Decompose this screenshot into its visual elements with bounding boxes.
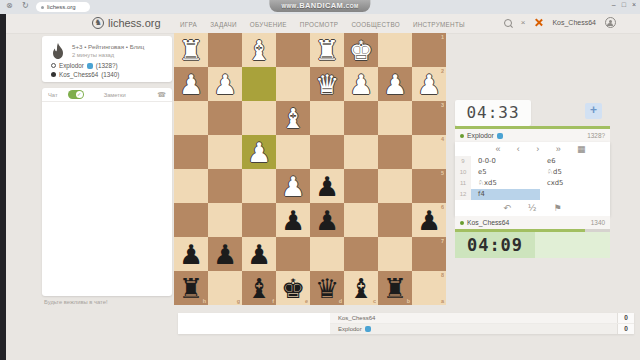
square-c7[interactable] — [344, 237, 378, 271]
nav-item-2[interactable]: ОБУЧЕНИЕ — [250, 21, 287, 28]
square-e5[interactable]: ♟ — [276, 169, 310, 203]
next-move-icon[interactable]: › — [536, 142, 539, 156]
move-row-10: 10e5♘d5 — [455, 167, 610, 178]
square-f1[interactable]: ♝ — [242, 33, 276, 67]
white-pawn[interactable]: ♟ — [378, 67, 412, 101]
search-icon[interactable] — [504, 19, 512, 27]
black-clock-digits: 04:09 — [455, 232, 535, 258]
square-h3[interactable] — [174, 101, 208, 135]
square-d6[interactable]: ♟ — [310, 203, 344, 237]
crosstable-score: 0 — [617, 324, 634, 334]
phone-icon[interactable]: ☎ — [157, 91, 166, 99]
square-b2[interactable]: ♟ — [378, 67, 412, 101]
square-c5[interactable] — [344, 169, 378, 203]
black-pawn[interactable]: ♟ — [174, 237, 208, 271]
prev-move-icon[interactable]: ‹ — [517, 142, 520, 156]
online-dot-icon — [460, 134, 464, 138]
white-rook[interactable]: ♜ — [174, 33, 208, 67]
square-a1[interactable]: 1 — [412, 33, 446, 67]
file-label: h — [203, 298, 206, 304]
square-a5[interactable]: 5 — [412, 169, 446, 203]
crosstable: Kos_Chess640Explodor0 — [178, 313, 634, 334]
white-player-row[interactable]: Explodor 1328? — [455, 129, 610, 142]
left-edge-strip — [0, 14, 6, 360]
file-label: c — [373, 298, 376, 304]
square-e8[interactable]: ♚e — [276, 271, 310, 305]
square-a3[interactable]: 3 — [412, 101, 446, 135]
white-king[interactable]: ♚ — [344, 33, 378, 67]
white-queen[interactable]: ♛ — [310, 67, 344, 101]
nav-item-4[interactable]: СООБЩЕСТВО — [351, 21, 400, 28]
minimize-icon[interactable]: – — [612, 1, 616, 8]
white-player-line[interactable]: Explodor (1328?) — [51, 62, 118, 69]
black-player-line[interactable]: Kos_Chess64 (1340) — [51, 71, 119, 78]
challenge-swords-icon[interactable] — [534, 18, 543, 27]
square-g5[interactable] — [208, 169, 242, 203]
square-c2[interactable]: ♟ — [344, 67, 378, 101]
square-h5[interactable] — [174, 169, 208, 203]
square-e6[interactable]: ♟ — [276, 203, 310, 237]
square-a8[interactable]: 8a — [412, 271, 446, 305]
square-d4[interactable] — [310, 135, 344, 169]
white-move[interactable]: 0-0-0 — [471, 156, 540, 167]
panel-white-name: Explodor — [467, 132, 494, 139]
square-c1[interactable]: ♚ — [344, 33, 378, 67]
crosstable-name: Kos_Chess64 — [338, 315, 375, 321]
chat-card: Чат ✓ Заметки ☎ — [42, 88, 172, 296]
black-pawn[interactable]: ♟ — [242, 237, 276, 271]
blitz-flame-icon — [51, 43, 65, 61]
square-g1[interactable] — [208, 33, 242, 67]
file-label: a — [441, 298, 444, 304]
move-row-11: 11♘xd5cxd5 — [455, 178, 610, 189]
black-bishop[interactable]: ♝ — [242, 271, 276, 305]
player-flair-icon — [365, 326, 371, 332]
square-c3[interactable] — [344, 101, 378, 135]
square-d7[interactable] — [310, 237, 344, 271]
square-e2[interactable] — [276, 67, 310, 101]
square-g7[interactable]: ♟ — [208, 237, 242, 271]
file-label: d — [339, 298, 342, 304]
first-move-icon[interactable]: « — [495, 142, 500, 156]
bandicam-watermark: www.BANDICAM.com — [269, 0, 370, 12]
main-nav: ИГРАЗАДАЧИОБУЧЕНИЕПРОСМОТРСООБЩЕСТВОИНСТ… — [180, 21, 465, 28]
crosstable-score: 0 — [617, 313, 634, 323]
square-a6[interactable]: ♟6 — [412, 203, 446, 237]
square-f4[interactable]: ♟ — [242, 135, 276, 169]
square-g8[interactable]: g — [208, 271, 242, 305]
move-row-9: 90-0-0e6 — [455, 156, 610, 167]
square-c4[interactable] — [344, 135, 378, 169]
square-f2[interactable] — [242, 67, 276, 101]
time-control-label: 5+3 • Рейтинговая • Блиц — [72, 43, 144, 50]
online-dot-icon — [460, 221, 464, 225]
game-actions: ↶½⚑ — [455, 200, 610, 216]
move-nav: «‹›»▦ — [455, 142, 610, 156]
panel-white-rating: 1328? — [587, 132, 605, 139]
square-h7[interactable]: ♟ — [174, 237, 208, 271]
square-d8[interactable]: ♛d — [310, 271, 344, 305]
white-rook[interactable]: ♜ — [310, 33, 344, 67]
black-move[interactable]: cxd5 — [540, 178, 609, 189]
square-g2[interactable]: ♟ — [208, 67, 242, 101]
white-pawn[interactable]: ♟ — [276, 169, 310, 203]
tab-chat[interactable]: Чат — [48, 92, 58, 98]
move-number: 9 — [455, 156, 471, 167]
square-f6[interactable] — [242, 203, 276, 237]
chat-notice: Будьте вежливы в чате! — [44, 299, 108, 305]
square-b4[interactable] — [378, 135, 412, 169]
white-pawn[interactable]: ♟ — [242, 135, 276, 169]
chat-toggle[interactable]: ✓ — [68, 90, 84, 99]
square-e4[interactable] — [276, 135, 310, 169]
square-a4[interactable]: 4 — [412, 135, 446, 169]
address-bar[interactable]: lichess.org — [36, 2, 90, 12]
chat-messages[interactable] — [42, 102, 172, 296]
square-g6[interactable] — [208, 203, 242, 237]
tab-close-icon[interactable]: ⊗ — [6, 1, 13, 10]
square-h6[interactable] — [174, 203, 208, 237]
square-b5[interactable] — [378, 169, 412, 203]
black-pawn[interactable]: ♟ — [310, 203, 344, 237]
browser-bar: ⊗ ↻ lichess.org www.BANDICAM.com – □ × — [0, 0, 640, 15]
knight-logo-icon: ♞ — [92, 17, 104, 29]
square-h1[interactable]: ♜ — [174, 33, 208, 67]
black-clock: 04:09 — [455, 232, 610, 258]
white-flair-icon — [497, 133, 503, 139]
black-clock-bar — [535, 232, 610, 258]
move-list: 90-0-0e610e5♘d511♘xd5cxd512f4 — [455, 156, 610, 200]
header-username[interactable]: Kos_Chess64 — [552, 19, 596, 26]
square-e1[interactable] — [276, 33, 310, 67]
black-move[interactable]: e6 — [540, 156, 609, 167]
white-pawn[interactable]: ♟ — [344, 67, 378, 101]
square-f7[interactable]: ♟ — [242, 237, 276, 271]
panel-black-name: Kos_Chess64 — [467, 219, 509, 226]
white-move[interactable]: ♘xd5 — [471, 178, 540, 189]
black-color-icon — [51, 72, 56, 77]
white-move[interactable]: e5 — [471, 167, 540, 178]
black-move[interactable] — [540, 189, 609, 200]
square-d1[interactable]: ♜ — [310, 33, 344, 67]
square-c8[interactable]: ♝c — [344, 271, 378, 305]
square-c6[interactable] — [344, 203, 378, 237]
square-g3[interactable] — [208, 101, 242, 135]
rank-label: 5 — [441, 170, 444, 176]
file-label: g — [237, 298, 240, 304]
black-pawn[interactable]: ♟ — [276, 203, 310, 237]
close-icon[interactable]: × — [521, 19, 526, 27]
logo-text: lichess.org — [108, 17, 161, 29]
close-window-icon[interactable]: × — [632, 1, 636, 8]
nav-item-5[interactable]: ИНСТРУМЕНТЫ — [413, 21, 465, 28]
rank-label: 1 — [441, 34, 444, 40]
white-clock: 04:33 — [455, 100, 531, 126]
window-controls[interactable]: – □ × — [612, 1, 636, 8]
white-bishop[interactable]: ♝ — [242, 33, 276, 67]
square-e3[interactable]: ♝ — [276, 101, 310, 135]
tab-notes[interactable]: Заметки — [104, 92, 126, 98]
favicon — [41, 6, 44, 9]
crosstable-name: Explodor — [338, 326, 362, 332]
rank-label: 3 — [441, 102, 444, 108]
nav-item-0[interactable]: ИГРА — [180, 21, 197, 28]
lichess-logo[interactable]: ♞ lichess.org — [92, 17, 161, 29]
move-row-12: 12f4 — [455, 189, 610, 200]
move-panel: «‹›»▦ 90-0-0e610e5♘d511♘xd5cxd512f4 ↶½⚑ — [455, 142, 610, 216]
player-flair-icon — [87, 63, 93, 69]
maximize-icon[interactable]: □ — [622, 1, 626, 8]
square-a2[interactable]: ♟2 — [412, 67, 446, 101]
square-d2[interactable]: ♛ — [310, 67, 344, 101]
file-label: f — [272, 298, 274, 304]
white-pawn[interactable]: ♟ — [208, 67, 242, 101]
resign-icon[interactable]: ⚑ — [554, 203, 562, 213]
user-avatar-icon[interactable] — [605, 17, 616, 28]
rank-label: 2 — [441, 68, 444, 74]
crosstable-games — [178, 313, 330, 334]
reload-icon[interactable]: ↻ — [22, 1, 29, 10]
square-b1[interactable] — [378, 33, 412, 67]
square-f8[interactable]: ♝f — [242, 271, 276, 305]
board-menu-icon[interactable]: ▦ — [577, 142, 586, 156]
black-player-rating: (1340) — [101, 71, 119, 78]
black-player-name: Kos_Chess64 — [59, 71, 98, 78]
move-number: 11 — [455, 178, 471, 189]
game-info-card: 5+3 • Рейтинговая • Блиц 2 минуты назад … — [42, 36, 172, 82]
nav-item-3[interactable]: ПРОСМОТР — [300, 21, 339, 28]
white-pawn[interactable]: ♟ — [174, 67, 208, 101]
square-b6[interactable] — [378, 203, 412, 237]
square-b8[interactable]: ♜b — [378, 271, 412, 305]
nav-item-1[interactable]: ЗАДАЧИ — [210, 21, 237, 28]
square-b7[interactable] — [378, 237, 412, 271]
white-move[interactable]: f4 — [471, 189, 540, 200]
crosstable-row[interactable]: Kos_Chess640 — [330, 313, 634, 324]
rank-label: 8 — [441, 272, 444, 278]
rank-label: 7 — [441, 238, 444, 244]
white-player-rating: (1328?) — [96, 62, 118, 69]
game-age-label: 2 минуты назад — [72, 52, 114, 58]
panel-black-rating: 1340 — [591, 219, 605, 226]
move-number: 12 — [455, 189, 471, 200]
square-d5[interactable]: ♟ — [310, 169, 344, 203]
give-more-time-button[interactable]: + — [585, 103, 602, 119]
black-move[interactable]: ♘d5 — [540, 167, 609, 178]
rank-label: 4 — [441, 136, 444, 142]
takeback-icon[interactable]: ↶ — [503, 203, 511, 213]
move-number: 10 — [455, 167, 471, 178]
square-h4[interactable] — [174, 135, 208, 169]
crosstable-row[interactable]: Explodor0 — [330, 324, 634, 334]
square-e7[interactable] — [276, 237, 310, 271]
file-label: e — [305, 298, 308, 304]
square-a7[interactable]: 7 — [412, 237, 446, 271]
square-b3[interactable] — [378, 101, 412, 135]
file-label: b — [407, 298, 410, 304]
rank-label: 6 — [441, 204, 444, 210]
white-color-icon — [51, 63, 56, 68]
white-player-name: Explodor — [59, 62, 84, 69]
chess-board[interactable]: ♜♝♜♚1♟♟♛♟♟♟2♝3♟4♟♟5♟♟♟6♟♟♟7♜hg♝f♚e♛d♝c♜b… — [174, 33, 446, 305]
url-text: lichess.org — [47, 4, 76, 10]
last-move-icon[interactable]: » — [556, 142, 561, 156]
square-h8[interactable]: ♜h — [174, 271, 208, 305]
square-f3[interactable] — [242, 101, 276, 135]
black-player-row[interactable]: Kos_Chess64 1340 — [455, 216, 610, 229]
black-pawn[interactable]: ♟ — [208, 237, 242, 271]
black-pawn[interactable]: ♟ — [310, 169, 344, 203]
white-bishop[interactable]: ♝ — [276, 101, 310, 135]
draw-offer-icon[interactable]: ½ — [528, 203, 537, 213]
square-f5[interactable] — [242, 169, 276, 203]
chat-toggle-knob: ✓ — [76, 91, 83, 98]
square-h2[interactable]: ♟ — [174, 67, 208, 101]
square-d3[interactable] — [310, 101, 344, 135]
square-g4[interactable] — [208, 135, 242, 169]
